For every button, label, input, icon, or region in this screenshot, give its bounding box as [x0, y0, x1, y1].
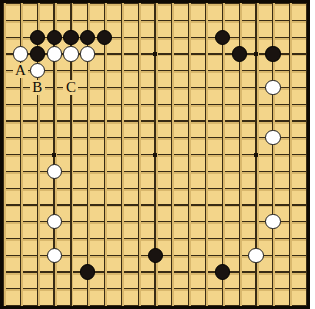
board-point-c4r3[interactable] [46, 29, 63, 46]
board-point-c1r19[interactable] [0, 297, 12, 309]
board-point-c14r17[interactable] [214, 264, 231, 281]
board-point-c2r17[interactable] [12, 264, 29, 281]
board-point-c11r6[interactable] [164, 79, 181, 96]
board-point-c5r11[interactable] [63, 163, 80, 180]
board-point-c17r12[interactable] [265, 180, 282, 197]
board-point-c9r17[interactable] [130, 264, 147, 281]
board-point-c16r12[interactable] [248, 180, 265, 197]
board-point-c7r5[interactable] [96, 62, 113, 79]
board-point-c13r6[interactable] [197, 79, 214, 96]
board-point-c12r8[interactable] [180, 113, 197, 130]
board-point-c19r9[interactable] [298, 129, 315, 146]
board-point-c2r19[interactable] [12, 297, 29, 309]
board-point-c10r19[interactable] [147, 297, 164, 309]
board-point-c16r17[interactable] [248, 264, 265, 281]
board-point-c6r10[interactable] [79, 146, 96, 163]
board-point-c7r12[interactable] [96, 180, 113, 197]
board-point-c5r7[interactable] [63, 96, 80, 113]
board-point-c4r18[interactable] [46, 280, 63, 297]
board-point-c2r1[interactable] [12, 0, 29, 12]
board-point-c16r7[interactable] [248, 96, 265, 113]
board-point-c9r14[interactable] [130, 213, 147, 230]
board-point-c11r14[interactable] [164, 213, 181, 230]
board-point-c16r14[interactable] [248, 213, 265, 230]
board-point-c9r1[interactable] [130, 0, 147, 12]
board-point-c15r5[interactable] [231, 62, 248, 79]
board-point-c18r2[interactable] [281, 12, 298, 29]
board-point-c7r8[interactable] [96, 113, 113, 130]
board-point-c3r3[interactable] [29, 29, 46, 46]
board-point-c2r11[interactable] [12, 163, 29, 180]
board-point-c11r19[interactable] [164, 297, 181, 309]
board-point-c13r12[interactable] [197, 180, 214, 197]
board-point-c3r17[interactable] [29, 264, 46, 281]
board-point-c3r12[interactable] [29, 180, 46, 197]
board-point-c2r10[interactable] [12, 146, 29, 163]
board-point-c5r17[interactable] [63, 264, 80, 281]
board-point-c8r6[interactable] [113, 79, 130, 96]
board-point-c10r16[interactable] [147, 247, 164, 264]
board-point-c2r12[interactable] [12, 180, 29, 197]
board-point-c8r17[interactable] [113, 264, 130, 281]
board-point-c2r16[interactable] [12, 247, 29, 264]
board-point-c3r9[interactable] [29, 129, 46, 146]
board-point-c6r12[interactable] [79, 180, 96, 197]
board-point-c17r16[interactable] [265, 247, 282, 264]
board-point-c4r11[interactable] [46, 163, 63, 180]
board-point-c10r15[interactable] [147, 230, 164, 247]
board-point-c7r18[interactable] [96, 280, 113, 297]
board-point-c13r11[interactable] [197, 163, 214, 180]
board-point-c14r13[interactable] [214, 197, 231, 214]
board-point-c10r8[interactable] [147, 113, 164, 130]
board-point-c13r7[interactable] [197, 96, 214, 113]
board-point-c3r10[interactable] [29, 146, 46, 163]
board-point-c16r11[interactable] [248, 163, 265, 180]
board-point-c11r10[interactable] [164, 146, 181, 163]
board-point-c14r3[interactable] [214, 29, 231, 46]
board-point-c6r2[interactable] [79, 12, 96, 29]
board-point-c15r8[interactable] [231, 113, 248, 130]
board-point-c19r12[interactable] [298, 180, 315, 197]
board-point-c6r13[interactable] [79, 197, 96, 214]
board-point-c5r10[interactable] [63, 146, 80, 163]
board-point-c15r7[interactable] [231, 96, 248, 113]
board-point-c17r2[interactable] [265, 12, 282, 29]
board-point-c15r10[interactable] [231, 146, 248, 163]
board-point-c17r14[interactable] [265, 213, 282, 230]
board-point-c1r14[interactable] [0, 213, 12, 230]
board-point-c18r8[interactable] [281, 113, 298, 130]
board-point-c19r16[interactable] [298, 247, 315, 264]
board-point-c3r19[interactable] [29, 297, 46, 309]
board-point-c13r19[interactable] [197, 297, 214, 309]
board-point-c6r5[interactable] [79, 62, 96, 79]
board-point-c3r18[interactable] [29, 280, 46, 297]
board-point-c3r11[interactable] [29, 163, 46, 180]
board-point-c11r16[interactable] [164, 247, 181, 264]
board-point-c19r13[interactable] [298, 197, 315, 214]
board-point-c14r19[interactable] [214, 297, 231, 309]
board-point-c12r4[interactable] [180, 46, 197, 63]
board-point-c4r17[interactable] [46, 264, 63, 281]
board-point-c12r9[interactable] [180, 129, 197, 146]
board-point-c3r2[interactable] [29, 12, 46, 29]
board-point-c14r4[interactable] [214, 46, 231, 63]
board-point-c1r11[interactable] [0, 163, 12, 180]
board-point-c11r5[interactable] [164, 62, 181, 79]
board-point-c11r13[interactable] [164, 197, 181, 214]
board-point-c16r6[interactable] [248, 79, 265, 96]
board-point-c18r19[interactable] [281, 297, 298, 309]
board-point-c12r6[interactable] [180, 79, 197, 96]
board-point-c18r15[interactable] [281, 230, 298, 247]
board-point-c19r6[interactable] [298, 79, 315, 96]
board-point-c4r2[interactable] [46, 12, 63, 29]
board-point-c8r18[interactable] [113, 280, 130, 297]
board-point-c16r8[interactable] [248, 113, 265, 130]
board-point-c12r5[interactable] [180, 62, 197, 79]
board-point-c18r10[interactable] [281, 146, 298, 163]
board-point-c18r3[interactable] [281, 29, 298, 46]
board-point-c11r15[interactable] [164, 230, 181, 247]
board-point-c11r1[interactable] [164, 0, 181, 12]
board-point-c9r16[interactable] [130, 247, 147, 264]
board-point-c11r7[interactable] [164, 96, 181, 113]
board-point-c16r2[interactable] [248, 12, 265, 29]
board-point-c13r10[interactable] [197, 146, 214, 163]
board-point-c17r8[interactable] [265, 113, 282, 130]
board-point-c9r8[interactable] [130, 113, 147, 130]
board-point-c3r5[interactable] [29, 62, 46, 79]
board-point-c13r3[interactable] [197, 29, 214, 46]
board-point-c15r16[interactable] [231, 247, 248, 264]
board-point-c19r1[interactable] [298, 0, 315, 12]
board-point-c14r8[interactable] [214, 113, 231, 130]
board-point-c4r5[interactable] [46, 62, 63, 79]
board-point-c17r15[interactable] [265, 230, 282, 247]
board-point-c14r5[interactable] [214, 62, 231, 79]
board-point-c1r9[interactable] [0, 129, 12, 146]
board-point-c7r9[interactable] [96, 129, 113, 146]
board-point-c1r7[interactable] [0, 96, 12, 113]
board-point-c1r13[interactable] [0, 197, 12, 214]
board-point-c1r16[interactable] [0, 247, 12, 264]
board-point-c10r1[interactable] [147, 0, 164, 12]
board-point-c14r6[interactable] [214, 79, 231, 96]
board-point-c8r3[interactable] [113, 29, 130, 46]
board-point-c7r7[interactable] [96, 96, 113, 113]
board-point-c11r11[interactable] [164, 163, 181, 180]
board-point-c1r5[interactable] [0, 62, 12, 79]
board-point-c14r16[interactable] [214, 247, 231, 264]
board-point-c12r18[interactable] [180, 280, 197, 297]
board-point-c8r15[interactable] [113, 230, 130, 247]
board-point-c8r12[interactable] [113, 180, 130, 197]
board-point-c16r15[interactable] [248, 230, 265, 247]
board-point-c18r6[interactable] [281, 79, 298, 96]
board-point-c18r12[interactable] [281, 180, 298, 197]
board-point-c12r11[interactable] [180, 163, 197, 180]
board-point-c7r16[interactable] [96, 247, 113, 264]
board-point-c18r4[interactable] [281, 46, 298, 63]
board-point-c8r8[interactable] [113, 113, 130, 130]
board-point-c16r19[interactable] [248, 297, 265, 309]
board-point-c1r4[interactable] [0, 46, 12, 63]
board-point-c6r17[interactable] [79, 264, 96, 281]
board-point-c13r18[interactable] [197, 280, 214, 297]
board-point-c9r11[interactable] [130, 163, 147, 180]
board-point-c4r19[interactable] [46, 297, 63, 309]
board-point-c5r13[interactable] [63, 197, 80, 214]
board-point-c11r3[interactable] [164, 29, 181, 46]
board-point-c11r8[interactable] [164, 113, 181, 130]
board-point-c5r9[interactable] [63, 129, 80, 146]
board-point-c13r4[interactable] [197, 46, 214, 63]
board-point-c16r16[interactable] [248, 247, 265, 264]
board-point-c15r19[interactable] [231, 297, 248, 309]
board-point-c6r15[interactable] [79, 230, 96, 247]
board-point-c6r7[interactable] [79, 96, 96, 113]
board-point-c3r4[interactable] [29, 46, 46, 63]
board-point-c6r6[interactable] [79, 79, 96, 96]
board-point-c17r7[interactable] [265, 96, 282, 113]
board-point-c2r6[interactable] [12, 79, 29, 96]
board-point-c8r13[interactable] [113, 197, 130, 214]
board-point-c9r18[interactable] [130, 280, 147, 297]
board-point-c13r8[interactable] [197, 113, 214, 130]
board-point-c19r4[interactable] [298, 46, 315, 63]
board-point-c19r14[interactable] [298, 213, 315, 230]
board-point-c6r18[interactable] [79, 280, 96, 297]
board-point-c12r12[interactable] [180, 180, 197, 197]
board-point-c6r3[interactable] [79, 29, 96, 46]
board-point-c2r4[interactable] [12, 46, 29, 63]
board-point-c6r1[interactable] [79, 0, 96, 12]
board-point-c5r15[interactable] [63, 230, 80, 247]
board-point-c2r13[interactable] [12, 197, 29, 214]
board-point-c5r1[interactable] [63, 0, 80, 12]
board-point-c19r7[interactable] [298, 96, 315, 113]
board-point-c10r10[interactable] [147, 146, 164, 163]
board-point-c16r10[interactable] [248, 146, 265, 163]
board-point-c8r1[interactable] [113, 0, 130, 12]
board-point-c14r11[interactable] [214, 163, 231, 180]
board-point-c19r10[interactable] [298, 146, 315, 163]
board-point-c13r5[interactable] [197, 62, 214, 79]
board-point-c13r1[interactable] [197, 0, 214, 12]
board-point-c18r11[interactable] [281, 163, 298, 180]
board-point-c12r15[interactable] [180, 230, 197, 247]
board-point-c9r13[interactable] [130, 197, 147, 214]
board-point-c15r12[interactable] [231, 180, 248, 197]
board-point-c5r4[interactable] [63, 46, 80, 63]
board-point-c10r18[interactable] [147, 280, 164, 297]
board-point-c18r1[interactable] [281, 0, 298, 12]
board-point-c15r14[interactable] [231, 213, 248, 230]
board-point-c13r14[interactable] [197, 213, 214, 230]
board-point-c17r9[interactable] [265, 129, 282, 146]
board-point-c17r6[interactable] [265, 79, 282, 96]
board-point-c11r12[interactable] [164, 180, 181, 197]
board-point-c13r16[interactable] [197, 247, 214, 264]
board-point-c7r14[interactable] [96, 213, 113, 230]
board-point-c1r8[interactable] [0, 113, 12, 130]
board-point-c1r18[interactable] [0, 280, 12, 297]
board-point-c8r2[interactable] [113, 12, 130, 29]
board-point-c13r9[interactable] [197, 129, 214, 146]
board-point-c2r7[interactable] [12, 96, 29, 113]
board-point-c19r18[interactable] [298, 280, 315, 297]
board-point-c14r1[interactable] [214, 0, 231, 12]
board-point-c1r15[interactable] [0, 230, 12, 247]
board-point-c3r13[interactable] [29, 197, 46, 214]
board-point-c11r18[interactable] [164, 280, 181, 297]
board-point-c6r9[interactable] [79, 129, 96, 146]
board-point-c3r15[interactable] [29, 230, 46, 247]
board-point-c11r9[interactable] [164, 129, 181, 146]
board-point-c16r1[interactable] [248, 0, 265, 12]
board-point-c5r19[interactable] [63, 297, 80, 309]
board-point-c4r15[interactable] [46, 230, 63, 247]
board-point-c7r6[interactable] [96, 79, 113, 96]
board-point-c2r15[interactable] [12, 230, 29, 247]
board-point-c2r5[interactable]: A [12, 62, 29, 79]
board-point-c16r4[interactable] [248, 46, 265, 63]
board-point-c2r8[interactable] [12, 113, 29, 130]
board-point-c8r19[interactable] [113, 297, 130, 309]
board-point-c9r12[interactable] [130, 180, 147, 197]
board-point-c3r1[interactable] [29, 0, 46, 12]
board-point-c1r6[interactable] [0, 79, 12, 96]
board-point-c17r1[interactable] [265, 0, 282, 12]
board-point-c12r14[interactable] [180, 213, 197, 230]
board-point-c4r8[interactable] [46, 113, 63, 130]
board-point-c7r2[interactable] [96, 12, 113, 29]
board-point-c15r9[interactable] [231, 129, 248, 146]
board-point-c13r17[interactable] [197, 264, 214, 281]
board-point-c19r19[interactable] [298, 297, 315, 309]
board-point-c7r19[interactable] [96, 297, 113, 309]
board-point-c4r12[interactable] [46, 180, 63, 197]
board-point-c8r14[interactable] [113, 213, 130, 230]
board-point-c7r11[interactable] [96, 163, 113, 180]
board-point-c4r10[interactable] [46, 146, 63, 163]
board-point-c4r7[interactable] [46, 96, 63, 113]
board-point-c3r16[interactable] [29, 247, 46, 264]
board-point-c10r17[interactable] [147, 264, 164, 281]
board-point-c9r15[interactable] [130, 230, 147, 247]
board-point-c11r2[interactable] [164, 12, 181, 29]
board-point-c9r10[interactable] [130, 146, 147, 163]
board-point-c19r8[interactable] [298, 113, 315, 130]
board-point-c15r2[interactable] [231, 12, 248, 29]
board-point-c16r5[interactable] [248, 62, 265, 79]
board-point-c5r2[interactable] [63, 12, 80, 29]
board-point-c18r9[interactable] [281, 129, 298, 146]
board-point-c7r3[interactable] [96, 29, 113, 46]
board-point-c9r7[interactable] [130, 96, 147, 113]
board-point-c6r4[interactable] [79, 46, 96, 63]
board-point-c16r13[interactable] [248, 197, 265, 214]
board-point-c15r6[interactable] [231, 79, 248, 96]
board-point-c7r13[interactable] [96, 197, 113, 214]
board-point-c1r2[interactable] [0, 12, 12, 29]
board-point-c5r14[interactable] [63, 213, 80, 230]
board-point-c9r3[interactable] [130, 29, 147, 46]
board-point-c14r15[interactable] [214, 230, 231, 247]
board-point-c17r17[interactable] [265, 264, 282, 281]
board-point-c14r2[interactable] [214, 12, 231, 29]
board-point-c18r16[interactable] [281, 247, 298, 264]
board-point-c10r12[interactable] [147, 180, 164, 197]
board-point-c17r18[interactable] [265, 280, 282, 297]
board-point-c10r4[interactable] [147, 46, 164, 63]
board-point-c10r9[interactable] [147, 129, 164, 146]
board-point-c19r11[interactable] [298, 163, 315, 180]
board-point-c18r17[interactable] [281, 264, 298, 281]
board-point-c16r9[interactable] [248, 129, 265, 146]
board-point-c8r16[interactable] [113, 247, 130, 264]
board-point-c12r13[interactable] [180, 197, 197, 214]
board-point-c5r5[interactable] [63, 62, 80, 79]
board-point-c3r8[interactable] [29, 113, 46, 130]
board-point-c5r6[interactable]: C [63, 79, 80, 96]
board-point-c14r9[interactable] [214, 129, 231, 146]
board-point-c14r14[interactable] [214, 213, 231, 230]
board-point-c1r10[interactable] [0, 146, 12, 163]
board-point-c4r16[interactable] [46, 247, 63, 264]
board-point-c19r17[interactable] [298, 264, 315, 281]
board-point-c10r13[interactable] [147, 197, 164, 214]
board-point-c7r4[interactable] [96, 46, 113, 63]
board-point-c5r12[interactable] [63, 180, 80, 197]
board-point-c8r4[interactable] [113, 46, 130, 63]
board-point-c14r18[interactable] [214, 280, 231, 297]
board-point-c7r10[interactable] [96, 146, 113, 163]
board-point-c13r13[interactable] [197, 197, 214, 214]
board-point-c10r6[interactable] [147, 79, 164, 96]
board-point-c12r16[interactable] [180, 247, 197, 264]
board-point-c15r11[interactable] [231, 163, 248, 180]
board-point-c10r7[interactable] [147, 96, 164, 113]
board-point-c17r13[interactable] [265, 197, 282, 214]
board-point-c15r3[interactable] [231, 29, 248, 46]
board-point-c1r3[interactable] [0, 29, 12, 46]
board-point-c4r4[interactable] [46, 46, 63, 63]
board-point-c9r2[interactable] [130, 12, 147, 29]
board-point-c8r11[interactable] [113, 163, 130, 180]
board-point-c14r7[interactable] [214, 96, 231, 113]
board-point-c10r2[interactable] [147, 12, 164, 29]
board-point-c7r1[interactable] [96, 0, 113, 12]
board-point-c15r15[interactable] [231, 230, 248, 247]
board-point-c14r12[interactable] [214, 180, 231, 197]
board-point-c12r19[interactable] [180, 297, 197, 309]
board-point-c2r18[interactable] [12, 280, 29, 297]
board-point-c17r19[interactable] [265, 297, 282, 309]
board-point-c12r7[interactable] [180, 96, 197, 113]
board-point-c3r14[interactable] [29, 213, 46, 230]
board-point-c5r16[interactable] [63, 247, 80, 264]
board-point-c2r2[interactable] [12, 12, 29, 29]
board-point-c2r3[interactable] [12, 29, 29, 46]
board-point-c12r1[interactable] [180, 0, 197, 12]
board-point-c5r18[interactable] [63, 280, 80, 297]
board-point-c15r18[interactable] [231, 280, 248, 297]
board-point-c12r10[interactable] [180, 146, 197, 163]
board-point-c3r6[interactable]: B [29, 79, 46, 96]
